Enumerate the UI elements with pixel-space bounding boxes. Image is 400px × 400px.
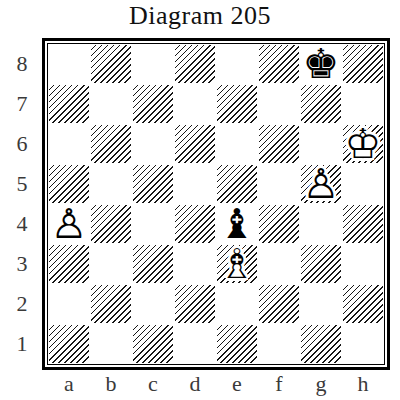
square-c6[interactable] <box>132 124 174 164</box>
file-label-a: a <box>48 371 90 397</box>
square-h5[interactable] <box>342 164 384 204</box>
file-label-c: c <box>132 371 174 397</box>
rank-label-1: 1 <box>8 324 36 364</box>
square-c1[interactable] <box>132 324 174 364</box>
square-g8[interactable]: ♚ <box>300 44 342 84</box>
file-label-g: g <box>300 371 342 397</box>
rank-label-7: 7 <box>8 84 36 124</box>
square-b5[interactable] <box>90 164 132 204</box>
white-pawn-a4[interactable]: ♟♙ <box>48 204 90 244</box>
square-e6[interactable] <box>216 124 258 164</box>
square-h4[interactable] <box>342 204 384 244</box>
black-bishop-e4[interactable]: ♝ <box>216 204 258 244</box>
square-g2[interactable] <box>300 284 342 324</box>
white-pawn-g5[interactable]: ♟♙ <box>300 164 342 204</box>
rank-label-5: 5 <box>8 164 36 204</box>
square-g5[interactable]: ♟♙ <box>300 164 342 204</box>
square-a4[interactable]: ♟♙ <box>48 204 90 244</box>
square-d4[interactable] <box>174 204 216 244</box>
file-label-f: f <box>258 371 300 397</box>
black-king-g8[interactable]: ♚ <box>300 44 342 84</box>
square-g6[interactable] <box>300 124 342 164</box>
square-h1[interactable] <box>342 324 384 364</box>
rank-label-8: 8 <box>8 44 36 84</box>
square-b4[interactable] <box>90 204 132 244</box>
file-label-e: e <box>216 371 258 397</box>
square-d3[interactable] <box>174 244 216 284</box>
file-label-b: b <box>90 371 132 397</box>
square-c8[interactable] <box>132 44 174 84</box>
square-g1[interactable] <box>300 324 342 364</box>
square-f6[interactable] <box>258 124 300 164</box>
square-f7[interactable] <box>258 84 300 124</box>
square-f4[interactable] <box>258 204 300 244</box>
square-f1[interactable] <box>258 324 300 364</box>
square-d7[interactable] <box>174 84 216 124</box>
white-piece-outline: ♙ <box>300 164 342 204</box>
square-f2[interactable] <box>258 284 300 324</box>
square-b7[interactable] <box>90 84 132 124</box>
square-c5[interactable] <box>132 164 174 204</box>
white-king-h6[interactable]: ♚♔ <box>342 124 384 164</box>
square-b8[interactable] <box>90 44 132 84</box>
square-f5[interactable] <box>258 164 300 204</box>
square-a7[interactable] <box>48 84 90 124</box>
rank-label-3: 3 <box>8 244 36 284</box>
square-b1[interactable] <box>90 324 132 364</box>
square-d6[interactable] <box>174 124 216 164</box>
diagram-page: Diagram 205 ♚♚♔♟♙♟♙♝♝♗ 87654321 abcdefgh <box>0 0 400 400</box>
square-h6[interactable]: ♚♔ <box>342 124 384 164</box>
square-e5[interactable] <box>216 164 258 204</box>
square-f8[interactable] <box>258 44 300 84</box>
square-a6[interactable] <box>48 124 90 164</box>
square-h8[interactable] <box>342 44 384 84</box>
square-g3[interactable] <box>300 244 342 284</box>
square-e1[interactable] <box>216 324 258 364</box>
square-d8[interactable] <box>174 44 216 84</box>
square-d1[interactable] <box>174 324 216 364</box>
square-h7[interactable] <box>342 84 384 124</box>
square-b3[interactable] <box>90 244 132 284</box>
square-d2[interactable] <box>174 284 216 324</box>
square-e3[interactable]: ♝♗ <box>216 244 258 284</box>
white-piece-outline: ♙ <box>48 204 90 244</box>
square-h2[interactable] <box>342 284 384 324</box>
square-b6[interactable] <box>90 124 132 164</box>
file-label-h: h <box>342 371 384 397</box>
square-g4[interactable] <box>300 204 342 244</box>
rank-label-4: 4 <box>8 204 36 244</box>
square-e8[interactable] <box>216 44 258 84</box>
square-f3[interactable] <box>258 244 300 284</box>
square-d5[interactable] <box>174 164 216 204</box>
square-b2[interactable] <box>90 284 132 324</box>
square-a1[interactable] <box>48 324 90 364</box>
white-bishop-e3[interactable]: ♝♗ <box>216 244 258 284</box>
file-label-d: d <box>174 371 216 397</box>
square-a3[interactable] <box>48 244 90 284</box>
square-g7[interactable] <box>300 84 342 124</box>
rank-label-6: 6 <box>8 124 36 164</box>
white-piece-outline: ♔ <box>342 124 384 164</box>
square-e2[interactable] <box>216 284 258 324</box>
square-e4[interactable]: ♝ <box>216 204 258 244</box>
square-c3[interactable] <box>132 244 174 284</box>
square-a5[interactable] <box>48 164 90 204</box>
square-h3[interactable] <box>342 244 384 284</box>
square-e7[interactable] <box>216 84 258 124</box>
white-piece-outline: ♗ <box>216 244 258 284</box>
diagram-title: Diagram 205 <box>0 1 400 31</box>
board-grid: ♚♚♔♟♙♟♙♝♝♗ <box>48 44 384 364</box>
square-a2[interactable] <box>48 284 90 324</box>
square-c2[interactable] <box>132 284 174 324</box>
square-a8[interactable] <box>48 44 90 84</box>
rank-label-2: 2 <box>8 284 36 324</box>
square-c4[interactable] <box>132 204 174 244</box>
chess-board: ♚♚♔♟♙♟♙♝♝♗ <box>42 38 390 370</box>
board-inner-border: ♚♚♔♟♙♟♙♝♝♗ <box>47 43 385 365</box>
square-c7[interactable] <box>132 84 174 124</box>
